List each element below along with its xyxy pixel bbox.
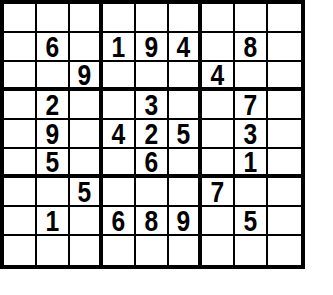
- cell-r1c2[interactable]: [37, 4, 70, 33]
- cell-r9c7[interactable]: [202, 236, 235, 265]
- cell-r1c6[interactable]: [169, 4, 202, 33]
- cell-r5c2[interactable]: 9: [37, 120, 70, 149]
- cell-r1c3[interactable]: [70, 4, 103, 33]
- given-digit: 7: [211, 178, 225, 207]
- cell-r3c5[interactable]: [136, 62, 169, 91]
- cell-r2c9[interactable]: [268, 33, 301, 62]
- given-digit: 4: [177, 33, 191, 62]
- cell-r7c9[interactable]: [268, 178, 301, 207]
- cell-r8c8[interactable]: 5: [235, 207, 268, 236]
- given-digit: 4: [112, 120, 126, 149]
- given-digit: 9: [46, 120, 60, 149]
- cell-r7c7[interactable]: 7: [202, 178, 235, 207]
- cell-r3c3[interactable]: 9: [70, 62, 103, 91]
- cell-r9c1[interactable]: [4, 236, 37, 265]
- cell-r8c6[interactable]: 9: [169, 207, 202, 236]
- cell-r8c5[interactable]: 8: [136, 207, 169, 236]
- cell-r4c1[interactable]: [4, 91, 37, 120]
- cell-r9c6[interactable]: [169, 236, 202, 265]
- cell-r2c4[interactable]: 1: [103, 33, 136, 62]
- cell-r2c6[interactable]: 4: [169, 33, 202, 62]
- given-digit: 3: [145, 91, 159, 120]
- given-digit: 9: [177, 207, 191, 236]
- cell-r5c7[interactable]: [202, 120, 235, 149]
- cell-r1c9[interactable]: [268, 4, 301, 33]
- cell-r6c2[interactable]: 5: [37, 149, 70, 178]
- given-digit: 4: [211, 62, 225, 90]
- given-digit: 1: [46, 207, 60, 236]
- cell-r3c2[interactable]: [37, 62, 70, 91]
- sudoku-board: 6194894237942535615716895: [0, 0, 305, 269]
- cell-r2c3[interactable]: [70, 33, 103, 62]
- cell-r5c3[interactable]: [70, 120, 103, 149]
- cell-r8c3[interactable]: [70, 207, 103, 236]
- cell-r4c8[interactable]: 7: [235, 91, 268, 120]
- cell-r4c2[interactable]: 2: [37, 91, 70, 120]
- cell-r5c4[interactable]: 4: [103, 120, 136, 149]
- cell-r1c7[interactable]: [202, 4, 235, 33]
- cell-r2c5[interactable]: 9: [136, 33, 169, 62]
- cell-r7c5[interactable]: [136, 178, 169, 207]
- cell-r8c7[interactable]: [202, 207, 235, 236]
- cell-r8c2[interactable]: 1: [37, 207, 70, 236]
- cell-r6c7[interactable]: [202, 149, 235, 178]
- cell-r6c9[interactable]: [268, 149, 301, 178]
- cell-r8c1[interactable]: [4, 207, 37, 236]
- given-digit: 2: [46, 91, 60, 120]
- cell-r4c3[interactable]: [70, 91, 103, 120]
- cell-r7c4[interactable]: [103, 178, 136, 207]
- cell-r8c4[interactable]: 6: [103, 207, 136, 236]
- cell-r2c1[interactable]: [4, 33, 37, 62]
- cell-r3c1[interactable]: [4, 62, 37, 91]
- given-digit: 5: [244, 207, 258, 236]
- given-digit: 9: [78, 62, 92, 90]
- cell-r9c9[interactable]: [268, 236, 301, 265]
- cell-r9c4[interactable]: [103, 236, 136, 265]
- cell-r8c9[interactable]: [268, 207, 301, 236]
- cell-r6c3[interactable]: [70, 149, 103, 178]
- given-digit: 8: [145, 207, 159, 236]
- given-digit: 9: [145, 33, 159, 62]
- cell-r2c2[interactable]: 6: [37, 33, 70, 62]
- cell-r5c1[interactable]: [4, 120, 37, 149]
- cell-r4c6[interactable]: [169, 91, 202, 120]
- given-digit: 7: [244, 91, 258, 120]
- cell-r9c2[interactable]: [37, 236, 70, 265]
- cell-r4c4[interactable]: [103, 91, 136, 120]
- cell-r7c8[interactable]: [235, 178, 268, 207]
- cell-r6c5[interactable]: 6: [136, 149, 169, 178]
- cell-r3c8[interactable]: [235, 62, 268, 91]
- given-digit: 6: [46, 33, 60, 62]
- cell-r7c1[interactable]: [4, 178, 37, 207]
- cell-r2c8[interactable]: 8: [235, 33, 268, 62]
- cell-r7c2[interactable]: [37, 178, 70, 207]
- given-digit: 3: [244, 120, 258, 149]
- cell-r9c3[interactable]: [70, 236, 103, 265]
- cell-r9c5[interactable]: [136, 236, 169, 265]
- given-digit: 6: [112, 207, 126, 236]
- cell-r1c5[interactable]: [136, 4, 169, 33]
- cell-r4c7[interactable]: [202, 91, 235, 120]
- cell-r3c7[interactable]: 4: [202, 62, 235, 91]
- given-digit: 1: [244, 149, 258, 177]
- given-digit: 5: [46, 149, 60, 177]
- cell-r1c1[interactable]: [4, 4, 37, 33]
- cell-r3c4[interactable]: [103, 62, 136, 91]
- cell-r7c3[interactable]: 5: [70, 178, 103, 207]
- given-digit: 1: [112, 33, 126, 62]
- cell-r3c6[interactable]: [169, 62, 202, 91]
- given-digit: 5: [177, 120, 191, 149]
- given-digit: 5: [78, 178, 92, 207]
- cell-r5c8[interactable]: 3: [235, 120, 268, 149]
- cell-r1c4[interactable]: [103, 4, 136, 33]
- given-digit: 2: [145, 120, 159, 149]
- cell-r6c6[interactable]: [169, 149, 202, 178]
- cell-r4c5[interactable]: 3: [136, 91, 169, 120]
- cell-r5c9[interactable]: [268, 120, 301, 149]
- cell-r5c6[interactable]: 5: [169, 120, 202, 149]
- cell-r5c5[interactable]: 2: [136, 120, 169, 149]
- cell-r6c1[interactable]: [4, 149, 37, 178]
- cell-r3c9[interactable]: [268, 62, 301, 91]
- cell-r7c6[interactable]: [169, 178, 202, 207]
- given-digit: 8: [244, 33, 258, 62]
- cell-r6c8[interactable]: 1: [235, 149, 268, 178]
- cell-r6c4[interactable]: [103, 149, 136, 178]
- given-digit: 6: [145, 149, 159, 177]
- cell-r9c8[interactable]: [235, 236, 268, 265]
- cell-r4c9[interactable]: [268, 91, 301, 120]
- cell-r2c7[interactable]: [202, 33, 235, 62]
- cell-r1c8[interactable]: [235, 4, 268, 33]
